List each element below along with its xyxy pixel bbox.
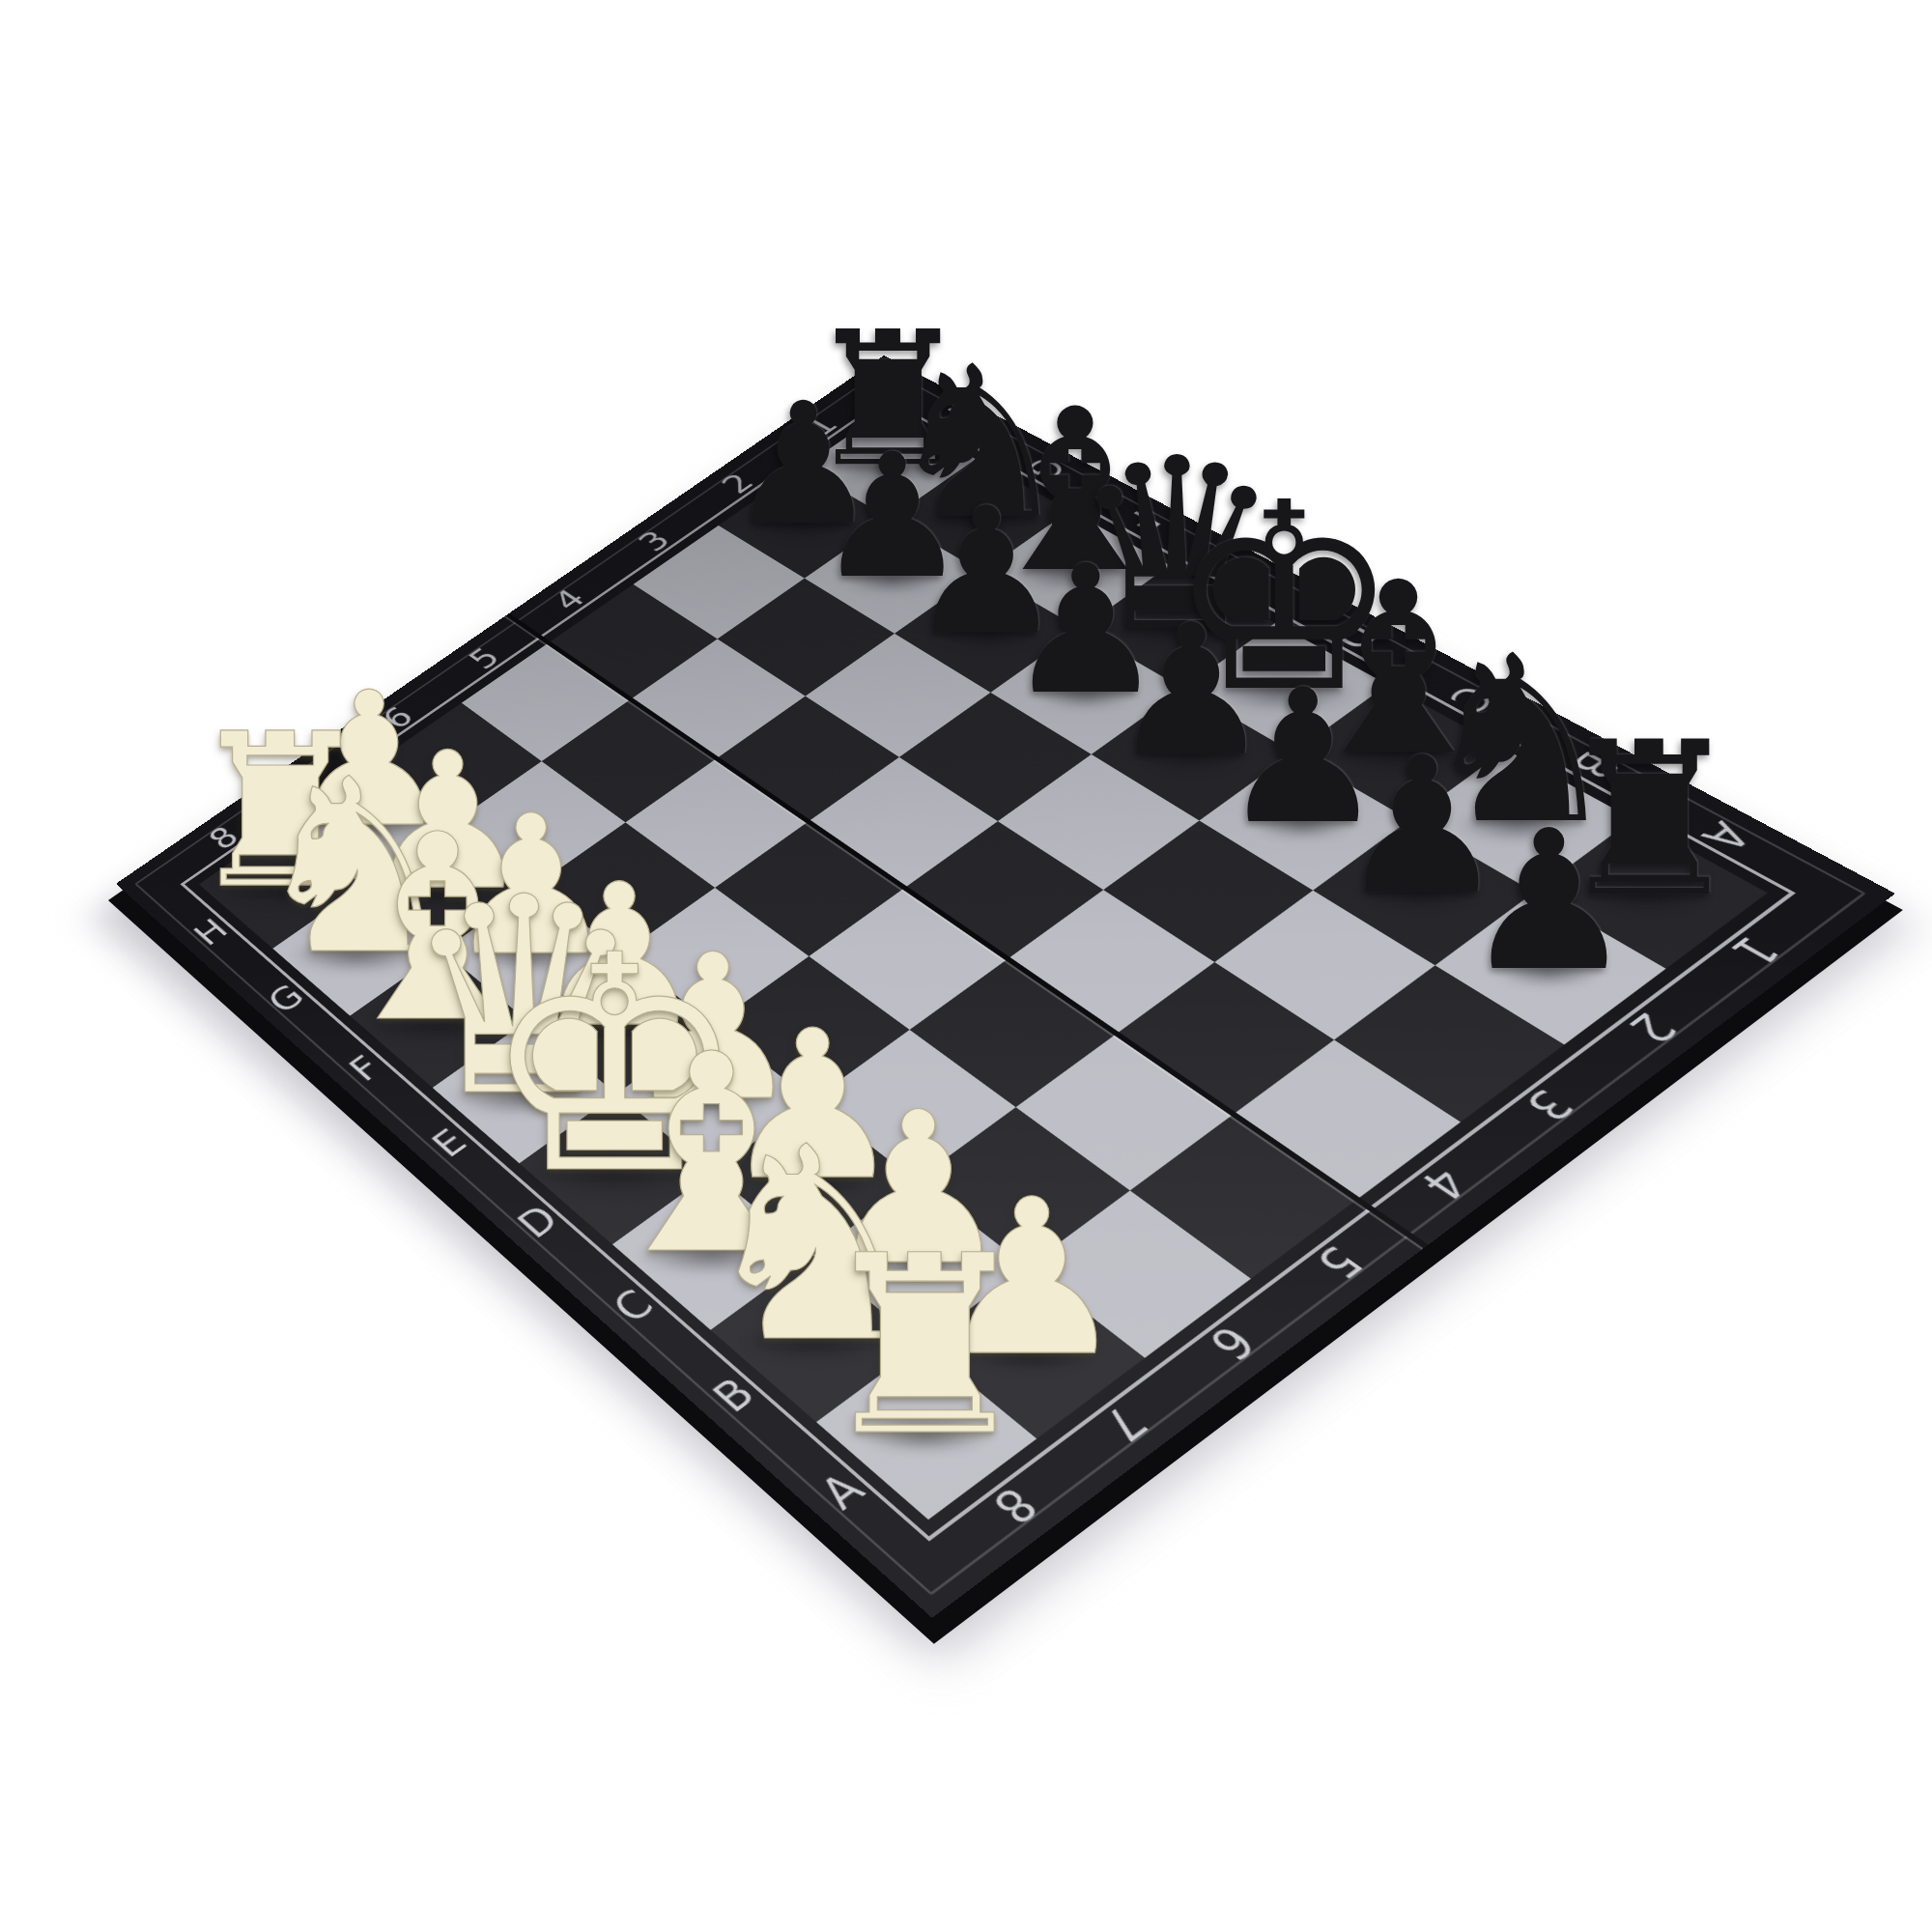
squares-grid <box>199 410 1768 1520</box>
chess-board: HGFEDCBAHGFEDCBA1234567812345678 <box>116 355 1895 1618</box>
product-photo-stage: HGFEDCBAHGFEDCBA1234567812345678 ♜♞♝♚♛♝♞… <box>0 0 1932 1932</box>
